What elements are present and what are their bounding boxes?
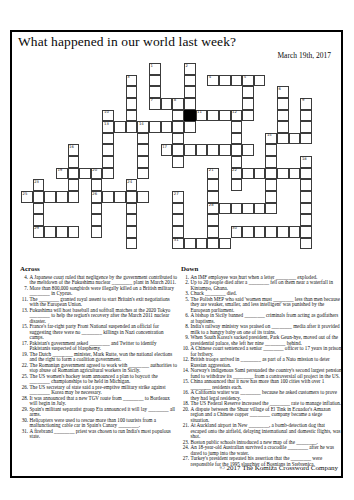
clue-number: 31. [20,429,30,440]
grid-cell-r13-c9[interactable] [126,214,138,226]
cell-number: 27 [174,192,179,197]
grid-cell-r10-c6[interactable] [91,179,103,191]
grid-cell-r4-c15[interactable]: 11 [196,110,208,122]
clue-number: 20. [181,407,191,424]
clue-text: Fukushima will host baseball and softbal… [30,308,179,325]
grid-cell-r1-c18[interactable] [231,75,243,87]
grid-cell-r7-c4[interactable]: 16 [68,144,80,156]
grid-cell-r12-c19[interactable] [242,203,254,215]
grid-cell-r14-c9[interactable] [126,226,138,238]
grid-cell-r11-c0[interactable]: 25 [21,191,33,203]
cell-number: 9 [302,98,304,103]
cell-number: 1 [151,64,153,69]
grid-cell-r12-c24[interactable] [300,203,312,215]
down-clues-section: Down 1.An IMF employee was hurt when a l… [181,265,342,467]
cell-number: 20 [92,168,97,173]
cell-number: 26 [92,192,97,197]
grid-cell-r5-c9[interactable] [126,121,138,133]
cell-number: 13 [104,122,109,127]
grid-cell-r2-c9[interactable] [126,86,138,98]
grid-cell-r5-c11[interactable] [149,121,161,133]
grid-cell-r12-c17[interactable] [219,203,231,215]
grid-cell-r6-c24[interactable] [300,133,312,145]
grid-cell-r14-c19[interactable] [242,226,254,238]
grid-cell-r10-c18[interactable] [231,179,243,191]
grid-cell-r0-c11[interactable]: 1 [149,63,161,75]
crossword-grid: 1234567891011121314151617181920212223242… [21,63,312,249]
grid-cell-r15-c24[interactable] [300,238,312,250]
grid-cell-r7-c15[interactable] [196,144,208,156]
grid-cell-r11-c9[interactable] [126,191,138,203]
grid-cell-r12-c21[interactable] [265,203,277,215]
grid-cell-r8-c18[interactable] [231,156,243,168]
grid-cell-r5-c18[interactable] [231,121,243,133]
grid-cell-r12-c13[interactable] [172,203,184,215]
grid-cell-r11-c21[interactable] [265,191,277,203]
grid-cell-r14-c1[interactable]: 29 [33,226,45,238]
grid-cell-r1-c11[interactable] [149,75,161,87]
clue-number: 21. [181,423,191,440]
grid-cell-r12-c6[interactable] [91,203,103,215]
grid-cell-r2-c11[interactable] [149,86,161,98]
grid-cell-r15-c13[interactable]: 31 [172,238,184,250]
grid-cell-r13-c6[interactable] [91,214,103,226]
grid-cell-r9-c3[interactable]: 19 [56,168,68,180]
grid-cell-r8-c24[interactable]: 18 [300,156,312,168]
grid-cell-r14-c3[interactable] [56,226,68,238]
grid-cell-r14-c2[interactable] [44,226,56,238]
block-cell [184,110,196,122]
grid-cell-r12-c9[interactable] [126,203,138,215]
grid-cell-r5-c14[interactable] [184,121,196,133]
grid-cell-r11-c1[interactable] [33,191,45,203]
grid-cell-r2-c22[interactable]: 6 [277,86,289,98]
grid-cell-r1-c17[interactable] [219,75,231,87]
clue-text: At Auckland airport in New ________, a b… [191,423,343,440]
grid-cell-r10-c1[interactable]: 23 [33,179,45,191]
grid-cell-r13-c13[interactable] [172,214,184,226]
grid-cell-r3-c24[interactable]: 9 [300,98,312,110]
grid-cell-r15-c9[interactable] [126,238,138,250]
grid-cell-r4-c13[interactable] [172,110,184,122]
grid-cell-r9-c21[interactable] [265,168,277,180]
grid-cell-r9-c18[interactable]: 22 [231,168,243,180]
grid-cell-r9-c6[interactable]: 20 [91,168,103,180]
grid-cell-r3-c11[interactable]: 7 [149,98,161,110]
grid-cell-r10-c9[interactable]: 24 [126,179,138,191]
grid-cell-r6-c23[interactable] [289,133,301,145]
clue-text: France's far-right party Front National … [30,324,179,341]
grid-cell-r5-c10[interactable]: 14 [137,121,149,133]
grid-cell-r7-c18[interactable] [231,144,243,156]
clue-text: A dispute between the Shuar village of E… [191,407,343,424]
grid-cell-r4-c19[interactable] [242,110,254,122]
crossword-page: What happened in our world last week? Ma… [0,0,354,500]
grid-cell-r9-c4[interactable] [68,168,80,180]
cell-number: 29 [34,226,39,231]
grid-cell-r15-c15[interactable] [196,238,208,250]
cell-number: 24 [127,180,132,185]
cell-number: 15 [267,133,272,138]
cell-number: 23 [34,180,39,185]
grid-cell-r11-c16[interactable] [207,191,219,203]
grid-cell-r10-c4[interactable] [68,179,80,191]
clue-text: A firebrand ________ priest was chosen t… [30,429,179,440]
grid-cell-r14-c18[interactable]: 30 [231,226,243,238]
grid-cell-r14-c4[interactable] [68,226,80,238]
grid-cell-r7-c14[interactable] [184,144,196,156]
grid-cell-r15-c14[interactable] [184,238,196,250]
grid-cell-r4-c18[interactable]: 12 [231,110,243,122]
cell-number: 8 [174,98,176,103]
grid-cell-r12-c1[interactable] [33,203,45,215]
grid-cell-r11-c4[interactable] [68,191,80,203]
copyright-footer: © 2017 The Komiža Crossword Company [219,464,338,472]
grid-cell-r15-c16[interactable] [207,238,219,250]
grid-cell-r10-c16[interactable] [207,179,219,191]
clue-15-across: 15.France's far-right party Front Nation… [20,324,178,341]
grid-cell-r2-c19[interactable] [242,86,254,98]
grid-cell-r6-c18[interactable] [231,133,243,145]
grid-cell-r5-c22[interactable] [277,121,289,133]
grid-cell-r11-c8[interactable] [114,191,126,203]
grid-cell-r14-c16[interactable] [207,226,219,238]
grid-cell-r5-c7[interactable]: 13 [102,121,114,133]
grid-cell-r8-c10[interactable] [137,156,149,168]
clue-number: 15. [20,324,30,341]
grid-cell-r8-c7[interactable] [102,156,114,168]
cell-number: 5 [244,75,246,80]
grid-cell-r11-c6[interactable]: 26 [91,191,103,203]
cell-number: 7 [151,98,153,103]
grid-cell-r3-c22[interactable] [277,98,289,110]
grid-cell-r13-c1[interactable] [33,214,45,226]
grid-cell-r3-c9[interactable] [126,98,138,110]
grid-cell-r14-c21[interactable] [265,226,277,238]
grid-cell-r2-c14[interactable] [184,86,196,98]
puzzle-title: What happened in our world last week? [18,34,318,50]
grid-cell-r13-c24[interactable] [300,214,312,226]
grid-cell-r1-c14[interactable] [184,75,196,87]
grid-cell-r1-c16[interactable]: 4 [207,75,219,87]
grid-cell-r4-c17[interactable] [219,110,231,122]
grid-cell-r9-c7[interactable] [102,168,114,180]
grid-cell-r7-c21[interactable] [265,144,277,156]
grid-cell-r9-c10[interactable] [137,168,149,180]
cell-number: 4 [209,75,211,80]
clue-5-down: 5.The Polish MEP who said 'women must __… [181,297,342,314]
cell-number: 10 [104,110,109,115]
grid-cell-r14-c13[interactable] [172,226,184,238]
down-clue-list: 1.An IMF employee was hurt when a letter… [181,275,342,468]
across-clue-list: 4.A Japanese court ruled that negligence… [20,275,178,440]
cell-number: 19 [57,168,62,173]
down-header: Down [181,265,342,272]
grid-cell-r5-c8[interactable] [114,121,126,133]
grid-cell-r10-c24[interactable] [300,179,312,191]
grid-cell-r6-c7[interactable] [102,133,114,145]
cell-number: 14 [139,122,144,127]
grid-cell-r6-c10[interactable] [137,133,149,145]
grid-cell-r9-c23[interactable] [289,168,301,180]
grid-cell-r9-c20[interactable] [254,168,266,180]
cell-number: 16 [69,145,74,150]
cell-number: 2 [185,64,187,69]
grid-cell-r7-c12[interactable]: 17 [161,144,173,156]
cell-number: 18 [302,157,307,162]
cell-number: 21 [209,168,214,173]
cell-number: 22 [232,168,237,173]
grid-cell-r6-c22[interactable] [277,133,289,145]
grid-cell-r14-c6[interactable] [91,226,103,238]
grid-cell-r6-c21[interactable]: 15 [265,133,277,145]
grid-cell-r11-c3[interactable] [56,191,68,203]
grid-cell-r11-c13[interactable]: 27 [172,191,184,203]
grid-cell-r4-c16[interactable] [207,110,219,122]
cell-number: 12 [232,110,237,115]
grid-cell-r15-c17[interactable] [219,238,231,250]
grid-cell-r8-c13[interactable] [172,156,184,168]
grid-cell-r0-c14[interactable]: 2 [184,63,196,75]
grid-cell-r3-c13[interactable]: 8 [172,98,184,110]
grid-cell-r4-c9[interactable] [126,110,138,122]
grid-cell-r8-c4[interactable] [68,156,80,168]
puzzle-date: March 19th, 2017 [277,51,331,60]
cell-number: 25 [23,192,28,197]
grid-cell-r4-c24[interactable] [300,110,312,122]
grid-cell-r7-c10[interactable] [137,144,149,156]
across-header: Across [20,265,178,272]
cell-number: 28 [209,203,214,208]
grid-cell-r12-c16[interactable]: 28 [207,203,219,215]
clue-13-across: 13.Fukushima will host baseball and soft… [20,308,178,325]
grid-cell-r5-c13[interactable] [172,121,184,133]
grid-cell-r9-c16[interactable]: 21 [207,168,219,180]
cell-number: 30 [232,226,237,231]
grid-cell-r11-c10[interactable] [137,191,149,203]
grid-cell-r7-c19[interactable] [242,144,254,156]
clue-21-down: 21.At Auckland airport in New ________, … [181,423,342,440]
grid-cell-r11-c24[interactable] [300,191,312,203]
grid-cell-r13-c16[interactable] [207,214,219,226]
grid-cell-r10-c21[interactable] [265,179,277,191]
grid-cell-r7-c13[interactable] [172,144,184,156]
grid-cell-r12-c20[interactable] [254,203,266,215]
grid-cell-r8-c21[interactable] [265,156,277,168]
grid-cell-r6-c13[interactable] [172,133,184,145]
grid-cell-r7-c7[interactable] [102,144,114,156]
grid-cell-r14-c22[interactable] [277,226,289,238]
cell-number: 17 [162,145,167,150]
grid-cell-r11-c7[interactable] [102,191,114,203]
grid-cell-r9-c5[interactable] [79,168,91,180]
across-clues-section: Across 4.A Japanese court ruled that neg… [20,265,178,440]
cell-number: 31 [174,238,179,243]
grid-cell-r14-c24[interactable] [300,226,312,238]
grid-cell-r5-c24[interactable] [300,121,312,133]
grid-cell-r7-c16[interactable] [207,144,219,156]
clue-20-down: 20.A dispute between the Shuar village o… [181,407,342,424]
cell-number: 11 [197,110,202,115]
grid-cell-r12-c18[interactable] [231,203,243,215]
grid-cell-r9-c24[interactable] [300,168,312,180]
grid-cell-r3-c12[interactable] [161,98,173,110]
grid-cell-r1-c19[interactable]: 5 [242,75,254,87]
clue-31-across: 31.A firebrand ________ priest was chose… [20,429,178,440]
grid-cell-r3-c19[interactable] [242,98,254,110]
grid-cell-r3-c14[interactable] [184,98,196,110]
grid-cell-r9-c22[interactable] [277,168,289,180]
clue-number: 5. [181,297,191,314]
clue-number: 27. [181,456,191,467]
grid-cell-r14-c23[interactable] [289,226,301,238]
grid-cell-r1-c20[interactable] [254,75,266,87]
grid-cell-r4-c22[interactable] [277,110,289,122]
grid-cell-r9-c19[interactable] [242,168,254,180]
cell-number: 3 [127,75,129,80]
grid-cell-r14-c20[interactable] [254,226,266,238]
grid-cell-r4-c7[interactable]: 10 [102,110,114,122]
grid-cell-r1-c9[interactable]: 3 [126,75,138,87]
clue-number: 13. [20,308,30,325]
clue-text: The Polish MEP who said 'women must ____… [191,297,343,314]
cell-number: 6 [279,87,281,92]
grid-cell-r11-c2[interactable] [44,191,56,203]
grid-cell-r5-c12[interactable] [161,121,173,133]
grid-cell-r7-c17[interactable] [219,144,231,156]
